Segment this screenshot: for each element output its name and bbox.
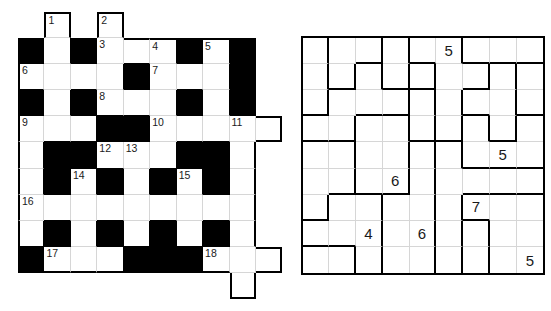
region-cell-r8c3-region-I[interactable] [383,247,410,273]
crossword-cell-r8c4[interactable] [124,221,150,247]
region-cell-r0c6-region-K[interactable] [463,38,490,64]
region-cell-r7c2-region-H[interactable]: 4 [356,221,383,247]
crossword-cell-r2c3[interactable] [97,64,123,90]
region-cell-r4c2-region-F[interactable] [356,142,383,168]
crossword-cell-r8c6[interactable] [177,221,203,247]
crossword-block-r5c6 [177,142,203,168]
region-cell-r3c7-region-P[interactable] [490,116,517,142]
region-cell-r2c4-region-E[interactable] [410,90,437,116]
crossword-cell-r1c7[interactable]: 5 [203,38,229,64]
region-cell-r3c2-region-F[interactable] [356,116,383,142]
crossword-cell-r6c4[interactable] [124,169,150,195]
region-cell-r0c2-region-B[interactable] [356,38,383,64]
crossword-cell-r5c4[interactable]: 13 [124,142,150,168]
crossword-cell-r4c5[interactable]: 10 [150,116,176,142]
region-cell-r1c2-region-R[interactable] [356,64,383,90]
crossword-block-r8c7 [203,221,229,247]
region-cell-r1c0-region-A[interactable] [303,64,330,90]
crossword-cell-r8c2[interactable] [71,221,97,247]
given-digit-6: 6 [391,172,399,189]
crossword-block-r6c5 [150,169,176,195]
crossword-block-r2c4 [124,64,150,90]
region-cell-r6c5-region-S[interactable] [436,195,463,221]
crossword-block-r4c3 [97,116,123,142]
region-cell-r6c3-region-I[interactable] [383,195,410,221]
crossword-cell-r4c7[interactable] [203,116,229,142]
region-cell-r5c4-region-I[interactable] [410,169,437,195]
region-cell-r0c1-region-B[interactable] [329,38,356,64]
region-cell-r7c3-region-I[interactable] [383,221,410,247]
crossword-cell-r6c6[interactable]: 15 [177,169,203,195]
crossword-cell-r3c4[interactable] [124,90,150,116]
crossword-cell-r9c1[interactable]: 17 [44,247,70,273]
crossword-cell-r2c1[interactable] [44,64,70,90]
crossword-cell-r3c1[interactable] [44,90,70,116]
crossword-block-r1c8 [230,38,256,64]
region-cell-r1c3-region-C[interactable] [383,64,410,90]
crossword-block-r9c4 [124,247,150,273]
crossword-cell-r9c2[interactable] [71,247,97,273]
region-cell-r8c2-region-H[interactable] [356,247,383,273]
crossword-cell-r7c8[interactable] [230,195,256,221]
crossword-block-r1c0 [18,38,44,64]
clue-number-12: 12 [99,142,111,155]
crossword-block-r5c7 [203,142,229,168]
region-cell-r2c5-region-J[interactable] [436,90,463,116]
region-cell-r3c6-region-L[interactable] [463,116,490,142]
region-cell-r6c2-region-H[interactable] [356,195,383,221]
crossword-cell-r4c6[interactable] [177,116,203,142]
clue-number-11: 11 [232,116,243,129]
region-cell-r0c8-region-K[interactable] [517,38,544,64]
crossword-block-r9c5 [150,247,176,273]
region-cell-r5c2-region-F[interactable] [356,169,383,195]
clue-number-4: 4 [152,40,158,53]
region-cell-r7c0-region-H[interactable] [303,221,330,247]
puzzle-worksheet: 123456789101112131415161718 5567465 [0,0,551,311]
crossword-block-r8c1 [44,221,70,247]
crossword-block-r5c2 [71,142,97,168]
region-cell-r2c0-region-A[interactable] [303,90,330,116]
region-cell-r7c7-region-M[interactable] [490,221,517,247]
crossword-block-r5c1 [44,142,70,168]
crossword-cell-r7c6[interactable] [177,195,203,221]
crossword-block-r2c8 [230,64,256,90]
crossword-cell-r9c3[interactable] [97,247,123,273]
region-cell-r6c4-region-I[interactable] [410,195,437,221]
crossword-cell-r1c1[interactable] [44,38,70,64]
crossword-block-r4c4 [124,116,150,142]
crossword-cell-r2c6[interactable] [177,64,203,90]
region-cell-r2c2-region-R[interactable] [356,90,383,116]
crossword-cell-r4c1[interactable] [44,116,70,142]
region-cell-r3c1-region-R[interactable] [329,116,356,142]
region-cell-r2c8-region-Q[interactable] [517,90,544,116]
crossword-cell-r2c7[interactable] [203,64,229,90]
crossword-cell-r6c0[interactable] [18,169,44,195]
region-cell-r0c5-region-J[interactable]: 5 [436,38,463,64]
region-cell-r8c7-region-M[interactable] [490,247,517,273]
crossword-cell-r1c4[interactable] [124,38,150,64]
given-digit-5: 5 [526,252,534,269]
clue-number-9: 9 [22,116,28,129]
crossword-cell-r4c8[interactable]: 11 [230,116,256,142]
clue-number-1: 1 [48,14,54,27]
crossword-cell-r6c8[interactable] [230,169,256,195]
region-cell-r8c5-region-S[interactable] [436,247,463,273]
crossword-cell-r4c9[interactable] [256,116,282,142]
crossword-cell-r9c8[interactable] [230,247,256,273]
region-cell-r3c5-region-J[interactable] [436,116,463,142]
clue-number-18: 18 [205,247,217,260]
crossword-block-r1c2 [71,38,97,64]
given-digit-5: 5 [499,146,507,163]
crossword-cell-r2c0[interactable]: 6 [18,64,44,90]
crossword-cell-r7c0[interactable]: 16 [18,195,44,221]
region-cell-r5c6-region-S[interactable] [463,169,490,195]
crossword-cell-r3c5[interactable] [150,90,176,116]
region-cell-r5c8-region-S[interactable] [517,169,544,195]
region-cell-r8c0-region-T[interactable] [303,247,330,273]
clue-number-15: 15 [179,169,191,182]
crossword-block-r8c3 [97,221,123,247]
region-cell-r4c7-region-L[interactable]: 5 [490,142,517,168]
region-cell-r7c1-region-H[interactable] [329,221,356,247]
region-cell-r3c4-region-E[interactable] [410,116,437,142]
crossword-cell-r7c1[interactable] [44,195,70,221]
region-cell-r0c4-region-J[interactable] [410,38,437,64]
crossword-cell-r5c3[interactable]: 12 [97,142,123,168]
crossword-cell-r4c2[interactable] [71,116,97,142]
region-cell-r1c7-region-P[interactable] [490,64,517,90]
given-digit-4: 4 [364,225,372,242]
crossword-block-r8c5 [150,221,176,247]
clue-number-14: 14 [73,169,85,182]
clue-number-13: 13 [126,142,138,155]
region-cell-r6c6-region-M[interactable]: 7 [463,195,490,221]
crossword-cell-r7c2[interactable] [71,195,97,221]
region-cell-r2c3-region-R[interactable] [383,90,410,116]
region-cell-r6c0-region-G[interactable] [303,195,330,221]
region-cell-r1c5-region-J[interactable] [436,64,463,90]
region-cell-r4c0-region-G[interactable] [303,142,330,168]
crossword-cell-r7c5[interactable] [150,195,176,221]
crossword-cell-r6c2[interactable]: 14 [71,169,97,195]
region-cell-r3c0-region-R[interactable] [303,116,330,142]
region-cell-r7c8-region-M[interactable] [517,221,544,247]
crossword-board: 123456789101112131415161718 [18,12,282,299]
crossword-block-r6c7 [203,169,229,195]
clue-number-3: 3 [99,38,105,51]
region-cell-r1c4-region-D[interactable] [410,64,437,90]
crossword-block-r3c2 [71,90,97,116]
region-cell-r7c6-region-N[interactable] [463,221,490,247]
crossword-cell-r8c8[interactable] [230,221,256,247]
crossword-cell-r5c0[interactable] [18,142,44,168]
region-grid-board: 5567465 [301,36,546,276]
given-digit-6: 6 [418,225,426,242]
given-digit-5: 5 [445,42,453,59]
region-cell-r2c7-region-P[interactable] [490,90,517,116]
crossword-cell-r5c8[interactable] [230,142,256,168]
region-cell-r6c1-region-H[interactable] [329,195,356,221]
clue-number-17: 17 [46,247,58,260]
region-cell-r8c6-region-N[interactable] [463,247,490,273]
clue-number-8: 8 [99,90,105,103]
crossword-cell-r4c0[interactable]: 9 [18,116,44,142]
region-cell-r1c6-region-J[interactable] [463,64,490,90]
region-cell-r8c1-region-T[interactable] [329,247,356,273]
region-cell-r2c6-region-P[interactable] [463,90,490,116]
region-cell-r0c0-region-A[interactable] [303,38,330,64]
region-cell-r1c8-region-Q[interactable] [517,64,544,90]
crossword-cell-r3c7[interactable] [203,90,229,116]
crossword-block-r3c6 [177,90,203,116]
region-cell-r4c1-region-G[interactable] [329,142,356,168]
crossword-block-r1c6 [177,38,203,64]
region-cell-r8c4-region-I[interactable] [410,247,437,273]
crossword-cell-r9c7[interactable]: 18 [203,247,229,273]
clue-number-6: 6 [22,64,28,77]
region-cell-r3c8-region-L[interactable] [517,116,544,142]
crossword-cell-r7c7[interactable] [203,195,229,221]
region-cell-r0c7-region-K[interactable] [490,38,517,64]
crossword-block-r9c6 [177,247,203,273]
crossword-cell-r8c0[interactable] [18,221,44,247]
crossword-cell-r1c5[interactable]: 4 [150,38,176,64]
given-digit-7: 7 [472,198,480,215]
region-cell-r2c1-region-R[interactable] [329,90,356,116]
crossword-block-r6c3 [97,169,123,195]
crossword-cell-r5c5[interactable] [150,142,176,168]
crossword-cell-r2c2[interactable] [71,64,97,90]
region-cell-r0c3-region-C[interactable] [383,38,410,64]
clue-number-10: 10 [152,116,164,129]
region-cell-r4c6-region-L[interactable] [463,142,490,168]
region-cell-r7c5-region-S[interactable] [436,221,463,247]
clue-number-2: 2 [101,14,107,27]
crossword-cell-r3c3[interactable]: 8 [97,90,123,116]
region-cell-r5c7-region-S[interactable] [490,169,517,195]
crossword-cell-r0c3[interactable]: 2 [97,12,123,38]
region-cell-r5c3-region-F[interactable]: 6 [383,169,410,195]
region-cell-r6c8-region-M[interactable] [517,195,544,221]
region-cell-r5c0-region-G[interactable] [303,169,330,195]
region-cell-r4c8-region-L[interactable] [517,142,544,168]
crossword-block-r3c0 [18,90,44,116]
crossword-cell-r10c8[interactable] [230,273,256,299]
crossword-cell-r9c9[interactable] [256,247,282,273]
clue-number-7: 7 [152,64,158,77]
clue-number-16: 16 [22,195,34,208]
region-cell-r6c7-region-M[interactable] [490,195,517,221]
crossword-block-r9c0 [18,247,44,273]
region-cell-r1c1-region-B[interactable] [329,64,356,90]
crossword-cell-r7c4[interactable] [124,195,150,221]
crossword-cell-r2c5[interactable]: 7 [150,64,176,90]
region-cell-r8c8-region-M[interactable]: 5 [517,247,544,273]
region-cell-r5c5-region-S[interactable] [436,169,463,195]
clue-number-5: 5 [205,40,211,53]
crossword-cell-r1c3[interactable]: 3 [97,38,123,64]
region-cell-r4c5-region-S[interactable] [436,142,463,168]
crossword-cell-r7c3[interactable] [97,195,123,221]
region-cell-r4c4-region-I[interactable] [410,142,437,168]
crossword-block-r3c8 [230,90,256,116]
region-cell-r5c1-region-G[interactable] [329,169,356,195]
region-cell-r4c3-region-F[interactable] [383,142,410,168]
crossword-block-r6c1 [44,169,70,195]
crossword-cell-r0c1[interactable]: 1 [44,12,70,38]
region-cell-r3c3-region-F[interactable] [383,116,410,142]
region-cell-r7c4-region-I[interactable]: 6 [410,221,437,247]
